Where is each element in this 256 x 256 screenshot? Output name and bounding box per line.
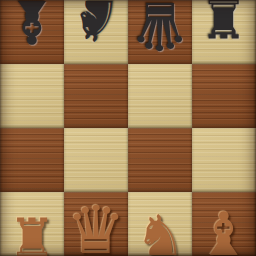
piece-white-rook[interactable]: ♜ [8, 211, 56, 256]
chess-board: ♝♞♛♜♜♛♞♝ [0, 0, 256, 256]
square-d2[interactable] [192, 128, 256, 192]
piece-white-queen[interactable]: ♛ [66, 198, 125, 256]
piece-black-queen[interactable]: ♛ [130, 0, 189, 58]
square-a2[interactable] [0, 128, 64, 192]
square-c2[interactable] [128, 128, 192, 192]
square-d4[interactable]: ♜ [192, 0, 256, 64]
square-c3[interactable] [128, 64, 192, 128]
piece-white-knight[interactable]: ♞ [135, 208, 185, 256]
square-c4[interactable]: ♛ [128, 0, 192, 64]
piece-black-rook[interactable]: ♜ [200, 0, 248, 45]
square-d1[interactable]: ♝ [192, 192, 256, 256]
square-b4[interactable]: ♞ [64, 0, 128, 64]
square-b2[interactable] [64, 128, 128, 192]
piece-black-bishop[interactable]: ♝ [5, 0, 59, 52]
square-a1[interactable]: ♜ [0, 192, 64, 256]
square-d3[interactable] [192, 64, 256, 128]
square-c1[interactable]: ♞ [128, 192, 192, 256]
piece-white-bishop[interactable]: ♝ [197, 204, 251, 256]
square-b3[interactable] [64, 64, 128, 128]
square-a3[interactable] [0, 64, 64, 128]
square-b1[interactable]: ♛ [64, 192, 128, 256]
piece-black-knight[interactable]: ♞ [71, 0, 121, 48]
square-a4[interactable]: ♝ [0, 0, 64, 64]
